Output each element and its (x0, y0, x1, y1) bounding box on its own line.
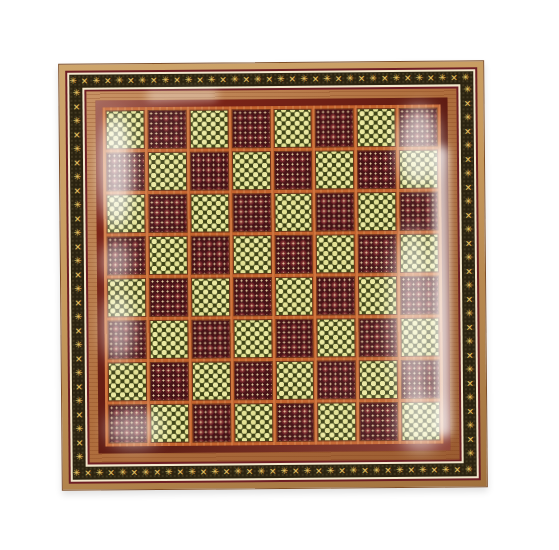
square-a8[interactable] (107, 111, 144, 148)
square-h7[interactable] (400, 151, 437, 188)
square-f2[interactable] (318, 361, 355, 398)
square-e7[interactable] (274, 152, 311, 189)
square-b4[interactable] (150, 279, 187, 316)
square-c6[interactable] (191, 194, 228, 231)
square-c7[interactable] (191, 152, 228, 189)
square-c2[interactable] (193, 362, 230, 399)
khatam-border-band: ✳×✳×✳×✳×✳×✳×✳×✳×✳×✳×✳×✳×✳×✳×✳×✳×✳×✳×✳×✳×… (69, 71, 477, 480)
squares-grid (107, 109, 440, 443)
square-b5[interactable] (150, 237, 187, 274)
square-e2[interactable] (276, 362, 313, 399)
khatam-border-bottom: ✳×✳×✳×✳×✳×✳×✳×✳×✳×✳×✳×✳×✳×✳×✳×✳×✳×✳×✳×✳× (73, 463, 477, 480)
playing-field (103, 105, 444, 447)
square-h6[interactable] (400, 193, 437, 230)
square-f8[interactable] (316, 109, 353, 146)
chess-board[interactable]: ✳×✳×✳×✳×✳×✳×✳×✳×✳×✳×✳×✳×✳×✳×✳×✳×✳×✳×✳×✳×… (58, 60, 488, 491)
square-b1[interactable] (151, 405, 188, 442)
wood-frame (86, 88, 459, 462)
square-g1[interactable] (360, 403, 397, 440)
square-g3[interactable] (360, 319, 397, 356)
inner-cream-line (82, 84, 463, 466)
square-d3[interactable] (234, 320, 271, 357)
square-b7[interactable] (149, 153, 186, 190)
square-f7[interactable] (316, 151, 353, 188)
square-b6[interactable] (149, 195, 186, 232)
square-h5[interactable] (401, 235, 438, 272)
outer-cream-line: ✳×✳×✳×✳×✳×✳×✳×✳×✳×✳×✳×✳×✳×✳×✳×✳×✳×✳×✳×✳×… (67, 69, 479, 482)
square-c3[interactable] (192, 320, 229, 357)
square-c4[interactable] (192, 278, 229, 315)
outer-wood-bevel: ✳×✳×✳×✳×✳×✳×✳×✳×✳×✳×✳×✳×✳×✳×✳×✳×✳×✳×✳×✳×… (58, 60, 488, 491)
square-e4[interactable] (276, 278, 313, 315)
square-e6[interactable] (275, 194, 312, 231)
square-g4[interactable] (359, 277, 396, 314)
square-a3[interactable] (108, 321, 145, 358)
square-h1[interactable] (402, 403, 439, 440)
square-h3[interactable] (402, 319, 439, 356)
khatam-border-right: ✳×✳×✳×✳×✳×✳×✳×✳×✳×✳×✳×✳×✳×✳×✳×✳×✳×✳×✳×✳× (460, 84, 476, 463)
square-g8[interactable] (358, 109, 395, 146)
square-c5[interactable] (191, 236, 228, 273)
square-d6[interactable] (233, 194, 270, 231)
square-f5[interactable] (317, 235, 354, 272)
square-g6[interactable] (359, 193, 396, 230)
square-a2[interactable] (109, 363, 146, 400)
square-b2[interactable] (151, 363, 188, 400)
square-e1[interactable] (277, 404, 314, 441)
square-g5[interactable] (359, 235, 396, 272)
square-a4[interactable] (108, 279, 145, 316)
square-a7[interactable] (107, 153, 144, 190)
square-h8[interactable] (400, 109, 437, 146)
square-h2[interactable] (402, 361, 439, 398)
square-d8[interactable] (232, 110, 269, 147)
square-c8[interactable] (190, 110, 227, 147)
square-f3[interactable] (318, 319, 355, 356)
square-f6[interactable] (317, 193, 354, 230)
photo-scene: ✳×✳×✳×✳×✳×✳×✳×✳×✳×✳×✳×✳×✳×✳×✳×✳×✳×✳×✳×✳×… (0, 0, 559, 550)
square-a1[interactable] (109, 405, 146, 442)
square-g7[interactable] (358, 151, 395, 188)
square-e5[interactable] (275, 236, 312, 273)
inner-maroon-line (84, 86, 461, 464)
square-f4[interactable] (317, 277, 354, 314)
square-d2[interactable] (234, 362, 271, 399)
square-b3[interactable] (150, 321, 187, 358)
square-a6[interactable] (107, 195, 144, 232)
square-b8[interactable] (148, 111, 185, 148)
outer-maroon-line: ✳×✳×✳×✳×✳×✳×✳×✳×✳×✳×✳×✳×✳×✳×✳×✳×✳×✳×✳×✳×… (65, 67, 481, 484)
square-g2[interactable] (360, 361, 397, 398)
square-h4[interactable] (401, 277, 438, 314)
square-c1[interactable] (193, 404, 230, 441)
square-e8[interactable] (274, 110, 311, 147)
raised-inner-lip (95, 97, 450, 453)
square-d5[interactable] (233, 236, 270, 273)
square-f1[interactable] (318, 403, 355, 440)
square-d1[interactable] (235, 404, 272, 441)
square-e3[interactable] (276, 320, 313, 357)
square-d7[interactable] (233, 152, 270, 189)
square-d4[interactable] (234, 278, 271, 315)
square-a5[interactable] (108, 237, 145, 274)
